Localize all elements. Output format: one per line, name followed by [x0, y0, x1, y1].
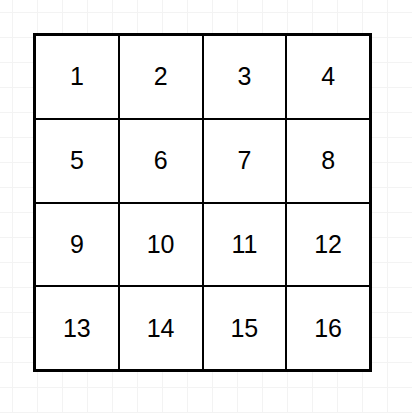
- grid-cell-r4c2[interactable]: 14: [120, 287, 202, 369]
- grid-cell-r2c2[interactable]: 6: [120, 120, 202, 202]
- grid-cell-r2c1[interactable]: 5: [36, 120, 118, 202]
- grid-cell-r1c4[interactable]: 4: [287, 36, 369, 118]
- grid-cell-r3c4[interactable]: 12: [287, 204, 369, 286]
- grid-cell-r2c4[interactable]: 8: [287, 120, 369, 202]
- grid-cell-r3c3[interactable]: 11: [204, 204, 286, 286]
- number-grid-board: 1 2 3 4 5 6 7 8 9 10 11 12 13 14 15 16: [33, 33, 372, 372]
- grid-cell-r4c4[interactable]: 16: [287, 287, 369, 369]
- grid-cell-r1c2[interactable]: 2: [120, 36, 202, 118]
- grid-cell-r4c3[interactable]: 15: [204, 287, 286, 369]
- grid-cell-r3c2[interactable]: 10: [120, 204, 202, 286]
- grid-cell-r2c3[interactable]: 7: [204, 120, 286, 202]
- grid-cell-r1c1[interactable]: 1: [36, 36, 118, 118]
- grid-cell-r4c1[interactable]: 13: [36, 287, 118, 369]
- grid-cell-r1c3[interactable]: 3: [204, 36, 286, 118]
- grid-cell-r3c1[interactable]: 9: [36, 204, 118, 286]
- drawing-canvas: 1 2 3 4 5 6 7 8 9 10 11 12 13 14 15 16: [0, 0, 412, 413]
